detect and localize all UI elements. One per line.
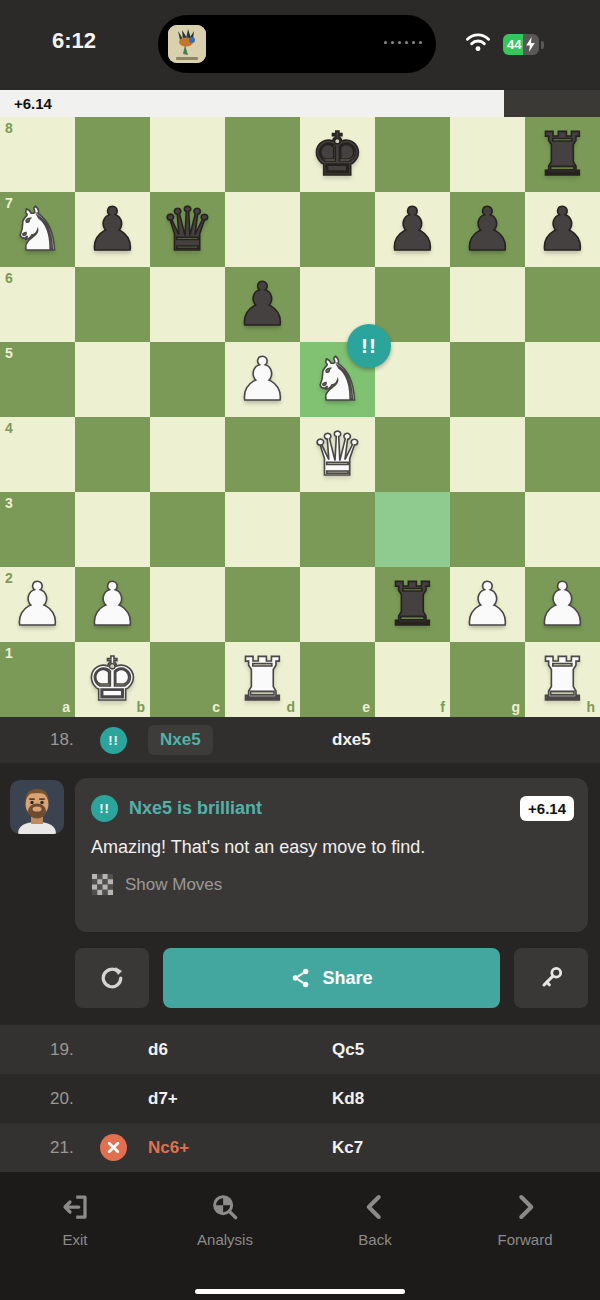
square-h2[interactable]: ♟ <box>525 567 600 642</box>
exit-icon <box>60 1192 90 1222</box>
back-button[interactable]: Back <box>300 1172 450 1300</box>
share-button[interactable]: Share <box>163 948 500 1008</box>
square-e3[interactable] <box>300 492 375 567</box>
square-c8[interactable] <box>150 117 225 192</box>
square-h4[interactable] <box>525 417 600 492</box>
file-label: h <box>586 699 595 715</box>
square-f4[interactable] <box>375 417 450 492</box>
analysis-panel: !! Nxe5 is brilliant +6.14 Amazing! That… <box>0 763 600 1025</box>
square-d6[interactable]: ♟ <box>225 267 300 342</box>
black-queen[interactable]: ♛ <box>161 192 215 267</box>
square-a4[interactable]: 4 <box>0 417 75 492</box>
rank-label: 4 <box>5 420 13 436</box>
move-list-row[interactable]: 19. d6 Qc5 <box>0 1025 600 1074</box>
white-move[interactable]: d6 <box>148 1040 332 1060</box>
square-d7[interactable] <box>225 192 300 267</box>
key-moment-button[interactable] <box>514 948 588 1008</box>
bird-artwork <box>168 25 206 63</box>
square-a2[interactable]: 2♟ <box>0 567 75 642</box>
square-e1[interactable]: e <box>300 642 375 717</box>
evaluation-bar-white: +6.14 <box>0 90 504 117</box>
evaluation-score: +6.14 <box>14 95 52 112</box>
blunder-icon <box>100 1134 127 1161</box>
square-d8[interactable] <box>225 117 300 192</box>
rank-label: 8 <box>5 120 13 136</box>
battery-percent: 44 <box>507 37 521 52</box>
square-b6[interactable] <box>75 267 150 342</box>
black-move[interactable]: Qc5 <box>332 1040 600 1060</box>
rank-label: 1 <box>5 645 13 661</box>
rank-label: 3 <box>5 495 13 511</box>
move-number: 19. <box>0 1040 100 1060</box>
square-g3[interactable] <box>450 492 525 567</box>
island-dots <box>384 41 422 44</box>
rank-label: 5 <box>5 345 13 361</box>
square-g8[interactable] <box>450 117 525 192</box>
square-h3[interactable] <box>525 492 600 567</box>
square-b7[interactable]: ♟ <box>75 192 150 267</box>
show-moves-label: Show Moves <box>125 875 222 895</box>
square-d4[interactable] <box>225 417 300 492</box>
mini-board-icon <box>91 873 114 896</box>
white-move[interactable]: Nc6+ <box>148 1138 332 1158</box>
square-d1[interactable]: d♜ <box>225 642 300 717</box>
status-bar: 6:12 <box>0 0 600 90</box>
square-h1[interactable]: h♜ <box>525 642 600 717</box>
black-pawn[interactable]: ♟ <box>461 192 515 267</box>
square-h7[interactable]: ♟ <box>525 192 600 267</box>
square-c7[interactable]: ♛ <box>150 192 225 267</box>
clock: 6:12 <box>52 28 96 54</box>
chess-board[interactable]: !! 8♚♜7♞♟♛♟♟♟6♟5♟♞4♛32♟♟♜♟♟1ab♚cd♜efgh♜ <box>0 117 600 717</box>
white-pawn[interactable]: ♟ <box>461 567 515 642</box>
file-label: f <box>440 699 445 715</box>
square-g2[interactable]: ♟ <box>450 567 525 642</box>
square-f1[interactable]: f <box>375 642 450 717</box>
square-c6[interactable] <box>150 267 225 342</box>
black-rook[interactable]: ♜ <box>536 117 590 192</box>
square-b4[interactable] <box>75 417 150 492</box>
black-rook[interactable]: ♜ <box>386 567 440 642</box>
square-f2[interactable]: ♜ <box>375 567 450 642</box>
file-label: d <box>286 699 295 715</box>
square-a1[interactable]: 1a <box>0 642 75 717</box>
file-label: b <box>136 699 145 715</box>
white-move[interactable]: d7+ <box>148 1089 332 1109</box>
square-b1[interactable]: b♚ <box>75 642 150 717</box>
square-e8[interactable]: ♚ <box>300 117 375 192</box>
white-pawn[interactable]: ♟ <box>11 567 65 642</box>
move-number: 18. <box>0 730 100 750</box>
square-c1[interactable]: c <box>150 642 225 717</box>
square-e4[interactable]: ♛ <box>300 417 375 492</box>
square-f8[interactable] <box>375 117 450 192</box>
share-icon <box>290 967 312 989</box>
battery-cap <box>541 41 544 49</box>
black-pawn[interactable]: ♟ <box>236 267 290 342</box>
square-b2[interactable]: ♟ <box>75 567 150 642</box>
analysis-icon <box>210 1192 240 1222</box>
rank-label: 7 <box>5 195 13 211</box>
move-number: 21. <box>0 1138 100 1158</box>
white-rook[interactable]: ♜ <box>236 642 290 717</box>
square-b8[interactable] <box>75 117 150 192</box>
square-g4[interactable] <box>450 417 525 492</box>
square-g6[interactable] <box>450 267 525 342</box>
app-screen: 6:12 <box>0 0 600 1300</box>
nav-label: Back <box>358 1231 391 1248</box>
square-e2[interactable] <box>300 567 375 642</box>
black-king[interactable]: ♚ <box>311 117 365 192</box>
charging-bolt-icon <box>525 37 536 52</box>
white-pawn[interactable]: ♟ <box>536 567 590 642</box>
black-pawn[interactable]: ♟ <box>86 192 140 267</box>
square-c3[interactable] <box>150 492 225 567</box>
rank-label: 6 <box>5 270 13 286</box>
refresh-icon <box>97 963 127 993</box>
current-move-row[interactable]: 18. !! Nxe5 dxe5 <box>0 717 600 763</box>
square-h5[interactable] <box>525 342 600 417</box>
file-label: g <box>511 699 520 715</box>
square-c2[interactable] <box>150 567 225 642</box>
evaluation-bar: +6.14 <box>0 90 600 117</box>
brilliant-badge-icon: !! <box>100 727 127 754</box>
move-feedback-card: !! Nxe5 is brilliant +6.14 Amazing! That… <box>75 778 588 932</box>
rank-label: 2 <box>5 570 13 586</box>
nav-label: Exit <box>62 1231 87 1248</box>
square-f7[interactable]: ♟ <box>375 192 450 267</box>
key-icon <box>537 964 565 992</box>
square-f3[interactable] <box>375 492 450 567</box>
square-c4[interactable] <box>150 417 225 492</box>
file-label: e <box>362 699 370 715</box>
square-e7[interactable] <box>300 192 375 267</box>
white-king[interactable]: ♚ <box>86 642 140 717</box>
square-a3[interactable]: 3 <box>0 492 75 567</box>
forward-icon <box>510 1192 540 1222</box>
square-c5[interactable] <box>150 342 225 417</box>
forward-button[interactable]: Forward <box>450 1172 600 1300</box>
square-g5[interactable] <box>450 342 525 417</box>
brilliant-move-icon: !! <box>347 324 391 368</box>
square-a7[interactable]: 7♞ <box>0 192 75 267</box>
square-a5[interactable]: 5 <box>0 342 75 417</box>
dynamic-island <box>158 15 436 73</box>
white-pawn[interactable]: ♟ <box>236 342 290 417</box>
retry-button[interactable] <box>75 948 149 1008</box>
back-icon <box>360 1192 390 1222</box>
square-d3[interactable] <box>225 492 300 567</box>
home-indicator[interactable] <box>195 1289 405 1294</box>
square-h8[interactable]: ♜ <box>525 117 600 192</box>
square-d5[interactable]: ♟ <box>225 342 300 417</box>
move-list-row[interactable]: 21. Nc6+ Kc7 <box>0 1123 600 1172</box>
analysis-button[interactable]: Analysis <box>150 1172 300 1300</box>
bottom-nav: Exit Analysis Back Forward <box>0 1172 600 1300</box>
square-d2[interactable] <box>225 567 300 642</box>
coach-avatar <box>10 780 64 834</box>
move-number: 20. <box>0 1089 100 1109</box>
square-f6[interactable] <box>375 267 450 342</box>
white-queen[interactable]: ♛ <box>311 417 365 492</box>
square-b5[interactable] <box>75 342 150 417</box>
black-move[interactable]: Kc7 <box>332 1138 600 1158</box>
square-b3[interactable] <box>75 492 150 567</box>
eval-badge: +6.14 <box>520 796 574 821</box>
exit-button[interactable]: Exit <box>0 1172 150 1300</box>
nav-label: Analysis <box>197 1231 253 1248</box>
black-pawn[interactable]: ♟ <box>386 192 440 267</box>
nav-label: Forward <box>497 1231 552 1248</box>
feedback-text: Amazing! That's not an easy move to find… <box>91 837 572 858</box>
feedback-title: Nxe5 is brilliant <box>129 798 262 819</box>
black-move[interactable]: dxe5 <box>332 730 600 750</box>
square-g7[interactable]: ♟ <box>450 192 525 267</box>
square-a6[interactable]: 6 <box>0 267 75 342</box>
square-g1[interactable]: g <box>450 642 525 717</box>
black-pawn[interactable]: ♟ <box>536 192 590 267</box>
white-pawn[interactable]: ♟ <box>86 567 140 642</box>
move-list-row[interactable]: 20. d7+ Kd8 <box>0 1074 600 1123</box>
file-label: c <box>212 699 220 715</box>
white-rook[interactable]: ♜ <box>536 642 590 717</box>
white-move-chip[interactable]: Nxe5 <box>148 725 213 755</box>
black-move[interactable]: Kd8 <box>332 1089 600 1109</box>
wifi-icon <box>464 32 492 52</box>
square-a8[interactable]: 8 <box>0 117 75 192</box>
white-knight[interactable]: ♞ <box>11 192 65 267</box>
share-label: Share <box>322 968 372 989</box>
file-label: a <box>62 699 70 715</box>
square-h6[interactable] <box>525 267 600 342</box>
show-moves-button[interactable]: Show Moves <box>91 873 572 896</box>
brilliant-badge-icon: !! <box>91 795 118 822</box>
app-icon <box>168 25 206 63</box>
